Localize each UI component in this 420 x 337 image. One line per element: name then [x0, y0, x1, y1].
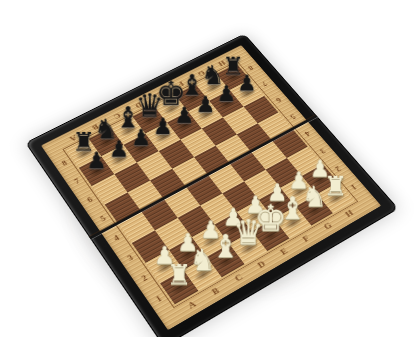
piece-white-rook-a1: ♜ — [167, 261, 192, 289]
piece-black-pawn-a7: ♟ — [86, 149, 107, 172]
piece-black-pawn-f7: ♟ — [196, 94, 216, 116]
piece-black-pawn-e7: ♟ — [174, 104, 194, 126]
piece-black-pawn-b7: ♟ — [109, 138, 129, 161]
piece-black-pawn-g7: ♟ — [216, 83, 236, 105]
chess-set-photo: ♜♞♝♛♚♝♞♜♟♟♟♟♟♟♟♟♟♟♟♟♟♟♟♟♜♞♝♛♚♝♞♜ ABCDEFG… — [0, 0, 420, 337]
piece-white-knight-b1: ♞ — [189, 246, 216, 276]
piece-white-rook-h1: ♜ — [324, 173, 348, 199]
piece-black-pawn-d7: ♟ — [153, 115, 173, 137]
piece-black-pawn-c7: ♟ — [131, 127, 151, 150]
